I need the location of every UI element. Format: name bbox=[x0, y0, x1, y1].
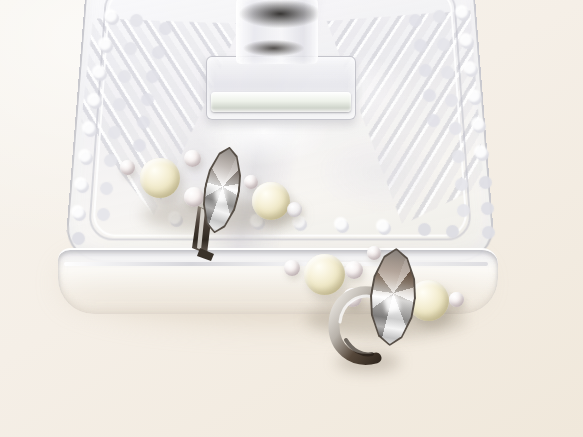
pearl-small bbox=[284, 260, 300, 276]
pearl-small bbox=[120, 160, 135, 175]
pearl-small bbox=[449, 292, 464, 307]
lid-knob-base bbox=[206, 56, 356, 120]
lid-knob bbox=[236, 0, 318, 64]
pearl-small bbox=[367, 246, 381, 260]
pearl-small bbox=[345, 261, 363, 279]
pearl-large bbox=[140, 158, 180, 198]
pearl-small bbox=[184, 187, 204, 207]
photo-scene bbox=[0, 0, 583, 437]
bead-clear bbox=[287, 202, 302, 217]
hobnail-dots-highlights bbox=[0, 0, 13, 13]
pearl-small bbox=[184, 150, 201, 167]
pearl-small bbox=[244, 175, 258, 189]
pearl-large bbox=[252, 182, 290, 220]
